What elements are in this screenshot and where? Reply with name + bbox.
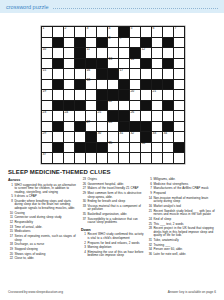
white-cell[interactable]: 19	[42, 90, 52, 100]
white-cell[interactable]	[130, 143, 140, 153]
white-cell[interactable]	[75, 69, 85, 79]
white-cell[interactable]	[163, 111, 173, 121]
white-cell[interactable]	[64, 80, 74, 90]
clue-item: 36Latin for note well, abbr.	[147, 253, 218, 257]
black-cell	[53, 38, 63, 48]
clue-text: Series of repeating events, such as stag…	[14, 235, 78, 242]
white-cell[interactable]	[64, 48, 74, 58]
white-cell[interactable]	[152, 143, 162, 153]
clue-item: 16Market analyst's tool	[147, 205, 218, 209]
cell-number: 25	[97, 111, 101, 115]
black-cell	[75, 122, 85, 132]
white-cell[interactable]: 31	[119, 132, 129, 142]
white-cell[interactable]	[152, 38, 162, 48]
clue-text: Origins	[87, 178, 144, 182]
white-cell[interactable]: 12	[141, 48, 151, 58]
black-cell	[53, 122, 63, 132]
page-footer: Crossword by www.sleepeducation.org Answ…	[8, 290, 216, 294]
white-cell[interactable]	[119, 143, 129, 153]
clue-number: 22	[8, 257, 13, 261]
black-cell	[75, 80, 85, 90]
white-cell[interactable]: 35	[108, 143, 118, 153]
white-cell[interactable]: 10	[42, 48, 52, 58]
clue-text: Disorder where breathing stops and start…	[14, 200, 78, 211]
clue-text: Recent Swedish study linked ___ with los…	[153, 210, 218, 217]
black-cell	[130, 48, 140, 58]
black-cell	[163, 122, 173, 132]
white-cell[interactable]	[163, 69, 173, 79]
white-cell[interactable]	[75, 90, 85, 100]
black-cell	[53, 80, 63, 90]
white-cell[interactable]	[130, 38, 140, 48]
black-cell	[108, 111, 118, 121]
cell-number: 9	[119, 37, 121, 41]
white-cell[interactable]	[75, 111, 85, 121]
white-cell[interactable]: 4	[108, 27, 118, 37]
clue-item: 31Tube, anatomically	[147, 239, 218, 243]
black-cell	[75, 143, 85, 153]
crossword-credit: Crossword by www.sleepeducation.org	[8, 290, 63, 294]
cell-number: 8	[108, 37, 110, 41]
white-cell[interactable]: 32	[130, 132, 140, 142]
white-cell[interactable]	[53, 153, 63, 163]
cell-number: 11	[86, 48, 90, 52]
white-cell[interactable]	[53, 90, 63, 100]
cell-number: 13	[108, 58, 112, 62]
white-cell[interactable]	[64, 143, 74, 153]
down-header: Down	[81, 228, 144, 232]
clue-text: Most common form of this is obstructive …	[87, 192, 144, 199]
clue-number: 19	[8, 248, 13, 252]
white-cell[interactable]: 21	[152, 90, 162, 100]
white-cell[interactable]	[174, 38, 184, 48]
black-cell	[75, 59, 85, 69]
black-cell	[75, 38, 85, 48]
white-cell[interactable]	[163, 90, 173, 100]
white-cell[interactable]	[174, 153, 184, 163]
white-cell[interactable]	[141, 153, 151, 163]
black-cell	[119, 111, 129, 121]
clue-item: 1Recent WHO study confirmed this activit…	[81, 233, 144, 240]
white-cell[interactable]	[174, 101, 184, 111]
black-cell	[163, 80, 173, 90]
page-header-label: crossword puzzle	[6, 4, 49, 10]
clue-item: 24Kind of sleep	[147, 218, 218, 222]
white-cell[interactable]: 33	[152, 132, 162, 142]
white-cell[interactable]	[86, 90, 96, 100]
cell-number: 36	[141, 142, 145, 146]
black-cell	[141, 101, 151, 111]
white-cell[interactable]	[152, 101, 162, 111]
white-cell[interactable]	[163, 143, 173, 153]
clue-item: 17Series of repeating events, such as st…	[8, 235, 78, 242]
black-cell	[152, 80, 162, 90]
cell-number: 16	[86, 69, 90, 73]
cell-number: 22	[108, 100, 112, 104]
down-clues-part1: 1Recent WHO study confirmed this activit…	[81, 233, 144, 258]
cell-number: 5	[130, 27, 132, 31]
clue-item: 21Recent Swedish study linked ___ with l…	[147, 210, 218, 217]
white-cell[interactable]	[163, 153, 173, 163]
across-clues-part1: 1WHO suggested this activity as an alter…	[8, 184, 78, 261]
cell-number: 30	[97, 132, 101, 136]
clue-item: 22Close to, abbr.	[8, 257, 78, 261]
cell-number: 27	[86, 121, 90, 125]
clue-number: 29	[81, 192, 86, 199]
clue-text: Responsibility	[14, 221, 78, 225]
cell-number: 29	[42, 132, 46, 136]
clue-number: 28	[147, 227, 152, 238]
white-cell[interactable]	[130, 101, 140, 111]
cell-number: 34	[163, 132, 167, 136]
cell-number: 35	[108, 142, 112, 146]
white-cell[interactable]: 2	[64, 27, 74, 37]
white-cell[interactable]	[75, 153, 85, 163]
clue-number: 4	[81, 251, 86, 258]
white-cell[interactable]	[152, 59, 162, 69]
cell-number: 17	[119, 69, 123, 73]
across-clues-part2: 23Origins26Government hospital, abbr.27M…	[81, 178, 144, 225]
clue-item: 12Responsibility	[8, 221, 78, 225]
white-cell[interactable]: 22	[108, 101, 118, 111]
black-cell	[97, 38, 107, 48]
white-cell[interactable]	[119, 101, 129, 111]
white-cell[interactable]	[42, 122, 52, 132]
white-cell[interactable]: 23	[42, 111, 52, 121]
white-cell[interactable]	[119, 59, 129, 69]
cell-number: 15	[42, 69, 46, 73]
black-cell	[108, 69, 118, 79]
clue-text: Close to, abbr.	[14, 257, 78, 261]
cell-number: 2	[64, 27, 66, 31]
white-cell[interactable]: 11	[86, 48, 96, 58]
clue-text: Recent WHO study confirmed this activity…	[87, 233, 144, 240]
white-cell[interactable]: 18	[86, 80, 96, 90]
white-cell[interactable]: 27	[86, 122, 96, 132]
white-cell[interactable]	[174, 69, 184, 79]
clue-number: 16	[147, 205, 152, 209]
clue-item: 8Disorder where breathing stops and star…	[8, 200, 78, 211]
white-cell[interactable]: 24	[64, 111, 74, 121]
black-cell	[53, 143, 63, 153]
black-cell	[53, 59, 63, 69]
white-cell[interactable]	[141, 27, 151, 37]
black-cell	[119, 122, 129, 132]
white-cell[interactable]	[97, 27, 107, 37]
cell-number: 33	[152, 132, 156, 136]
white-cell[interactable]: 37	[42, 153, 52, 163]
clue-item: 14Non-invasive method of monitoring brai…	[147, 197, 218, 204]
clue-number: 14	[147, 197, 152, 204]
cell-number: 3	[86, 27, 88, 31]
black-cell	[97, 59, 107, 69]
black-cell	[119, 80, 129, 90]
cell-number: 31	[119, 132, 123, 136]
clue-column-1: Across 1WHO suggested this activity as a…	[8, 178, 78, 262]
clue-text: Viscous material that is a component of …	[87, 205, 144, 212]
white-cell[interactable]: 28	[108, 122, 118, 132]
clue-number: 24	[147, 218, 152, 222]
white-cell[interactable]	[97, 80, 107, 90]
clue-number: 31	[147, 239, 152, 243]
white-cell[interactable]	[86, 38, 96, 48]
cell-number: 37	[42, 153, 46, 157]
white-cell[interactable]: 14	[130, 59, 140, 69]
white-cell[interactable]: 36	[141, 143, 151, 153]
clue-number: 17	[8, 235, 13, 242]
black-cell	[97, 143, 107, 153]
white-cell[interactable]	[64, 69, 74, 79]
white-cell[interactable]	[64, 122, 74, 132]
clue-item: 1WHO suggested this activity as an alter…	[8, 184, 78, 195]
black-cell	[86, 59, 96, 69]
white-cell[interactable]	[152, 111, 162, 121]
white-cell[interactable]	[174, 80, 184, 90]
white-cell[interactable]: 26	[130, 111, 140, 121]
white-cell[interactable]	[174, 111, 184, 121]
white-cell[interactable]	[86, 101, 96, 111]
white-cell[interactable]	[141, 90, 151, 100]
clue-text: Milligrams, abbr.	[153, 178, 218, 182]
white-cell[interactable]	[53, 48, 63, 58]
clue-item: 28Recent project in the UK found that st…	[147, 227, 218, 238]
clue-item: 33Viscous material that is a component o…	[81, 205, 144, 212]
black-cell	[97, 90, 107, 100]
clue-number: 8	[8, 200, 13, 211]
white-cell[interactable]	[108, 48, 118, 58]
puzzle-title: SLEEP MEDICINE-THEMED CLUES	[8, 169, 218, 175]
white-cell[interactable]	[152, 122, 162, 132]
cell-number: 26	[130, 111, 134, 115]
cell-number: 21	[152, 90, 156, 94]
white-cell[interactable]	[64, 59, 74, 69]
clue-item: 37Susceptibility to a substance that can…	[81, 218, 144, 225]
white-cell[interactable]	[64, 38, 74, 48]
clue-text: Eliminating the use of this an hour befo…	[87, 251, 144, 258]
white-cell[interactable]: 7	[174, 27, 184, 37]
black-cell	[174, 143, 184, 153]
white-cell[interactable]: 13	[108, 59, 118, 69]
cell-number: 6	[152, 27, 154, 31]
white-cell[interactable]	[108, 80, 118, 90]
black-cell	[97, 69, 107, 79]
clue-number: 5	[147, 178, 152, 182]
clue-number: 33	[81, 205, 86, 212]
white-cell[interactable]	[53, 27, 63, 37]
black-cell	[163, 59, 173, 69]
white-cell[interactable]	[108, 153, 118, 163]
white-cell[interactable]: 29	[42, 132, 52, 142]
clue-item: 29Most common form of this is obstructiv…	[81, 192, 144, 199]
cell-number: 4	[108, 27, 110, 31]
clue-text: Kind of sleep	[153, 218, 218, 222]
answer-key-note: Answer key is available on page 6	[168, 290, 216, 294]
clue-column-3: 5Milligrams, abbr.6Medicine that strengt…	[147, 178, 218, 258]
white-cell[interactable]	[75, 132, 85, 142]
white-cell[interactable]	[97, 122, 107, 132]
white-cell[interactable]: 15	[42, 69, 52, 79]
black-cell	[163, 101, 173, 111]
cell-number: 20	[130, 90, 134, 94]
white-cell[interactable]	[97, 153, 107, 163]
clue-text: Non-invasive method of monitoring brain …	[153, 197, 218, 204]
white-cell[interactable]	[75, 27, 85, 37]
white-cell[interactable]	[119, 48, 129, 58]
black-cell	[64, 101, 74, 111]
white-cell[interactable]: 8	[108, 38, 118, 48]
clue-item: 19Stopped sleeping	[8, 248, 78, 252]
white-cell[interactable]	[42, 80, 52, 90]
black-cell	[108, 90, 118, 100]
black-cell	[141, 122, 151, 132]
black-cell	[86, 132, 96, 142]
crossword-grid[interactable]: 1234567891011121314151617181920212223242…	[41, 26, 185, 164]
white-cell[interactable]	[141, 111, 151, 121]
white-cell[interactable]	[53, 111, 63, 121]
clue-number: 37	[81, 218, 86, 225]
cell-number: 19	[42, 90, 46, 94]
white-cell[interactable]: 1	[42, 27, 52, 37]
white-cell[interactable]	[42, 38, 52, 48]
white-cell[interactable]: 3	[86, 27, 96, 37]
black-cell	[141, 132, 151, 142]
clue-text: Recent project in the UK found that stop…	[153, 227, 218, 238]
clue-number: 36	[147, 253, 152, 257]
clue-text: WHO suggested this activity as an altern…	[14, 184, 78, 195]
white-cell[interactable]: 5	[130, 27, 140, 37]
white-cell[interactable]	[42, 59, 52, 69]
white-cell[interactable]: 34	[163, 132, 173, 142]
black-cell	[75, 101, 85, 111]
white-cell[interactable]	[174, 48, 184, 58]
white-cell[interactable]	[42, 101, 52, 111]
cell-number: 12	[141, 48, 145, 52]
clue-text: Latin for note well, abbr.	[153, 253, 218, 257]
white-cell[interactable]: 6	[152, 27, 162, 37]
clue-text: Tube, anatomically	[153, 239, 218, 243]
clue-number: 1	[81, 233, 86, 240]
cell-number: 10	[42, 48, 46, 52]
black-cell	[130, 122, 140, 132]
white-cell[interactable]	[141, 69, 151, 79]
white-cell[interactable]: 25	[97, 111, 107, 121]
black-cell	[141, 38, 151, 48]
white-cell[interactable]	[130, 69, 140, 79]
white-cell[interactable]	[174, 59, 184, 69]
black-cell	[163, 38, 173, 48]
black-cell	[53, 101, 63, 111]
white-cell[interactable]	[130, 80, 140, 90]
cell-number: 28	[108, 121, 112, 125]
white-cell[interactable]	[174, 122, 184, 132]
white-cell[interactable]	[64, 90, 74, 100]
white-cell[interactable]	[108, 132, 118, 142]
clue-text: Stopped sleeping	[14, 248, 78, 252]
white-cell[interactable]	[130, 153, 140, 163]
cell-number: 24	[64, 111, 68, 115]
clue-item: 5Milligrams, abbr.	[147, 178, 218, 182]
cell-number: 23	[42, 111, 46, 115]
black-cell	[86, 143, 96, 153]
white-cell[interactable]	[53, 132, 63, 142]
white-cell[interactable]	[152, 48, 162, 58]
white-cell[interactable]	[42, 143, 52, 153]
white-cell[interactable]	[53, 69, 63, 79]
black-cell	[141, 59, 151, 69]
clue-text: Susceptibility to a substance that can c…	[87, 218, 144, 225]
page-header: crossword puzzle	[0, 0, 224, 13]
white-cell[interactable]	[86, 111, 96, 121]
down-clues-part2: 5Milligrams, abbr.6Medicine that strengt…	[147, 178, 218, 256]
white-cell[interactable]	[119, 153, 129, 163]
white-cell[interactable]: 20	[130, 90, 140, 100]
clue-number: 23	[81, 178, 86, 182]
white-cell[interactable]: 30	[97, 132, 107, 142]
white-cell[interactable]	[64, 132, 74, 142]
clue-item: 4Eliminating the use of this an hour bef…	[81, 251, 144, 258]
black-cell	[119, 27, 129, 37]
white-cell[interactable]	[152, 69, 162, 79]
white-cell[interactable]	[64, 153, 74, 163]
black-cell	[141, 80, 151, 90]
white-cell[interactable]: 9	[119, 38, 129, 48]
white-cell[interactable]	[163, 48, 173, 58]
black-cell	[119, 90, 129, 100]
clue-item: 23Origins	[81, 178, 144, 182]
cell-number: 14	[130, 58, 134, 62]
white-cell[interactable]	[174, 132, 184, 142]
header-dotted-leader	[53, 8, 219, 9]
cell-number: 7	[174, 27, 176, 31]
white-cell[interactable]	[97, 48, 107, 58]
cell-number: 1	[42, 27, 44, 31]
white-cell[interactable]: 17	[119, 69, 129, 79]
clue-number: 12	[8, 221, 13, 225]
cell-number: 32	[130, 132, 134, 136]
across-header: Across	[8, 178, 78, 182]
black-cell	[75, 48, 85, 58]
white-cell[interactable]	[152, 153, 162, 163]
clue-number: 21	[147, 210, 152, 217]
clue-text: Market analyst's tool	[153, 205, 218, 209]
black-cell	[97, 101, 107, 111]
white-cell[interactable]	[163, 27, 173, 37]
white-cell[interactable]	[86, 153, 96, 163]
white-cell[interactable]: 16	[86, 69, 96, 79]
cell-number: 18	[86, 79, 90, 83]
clue-column-2: 23Origins26Government hospital, abbr.27M…	[81, 178, 144, 259]
clue-number: 1	[8, 184, 13, 195]
white-cell[interactable]	[174, 90, 184, 100]
